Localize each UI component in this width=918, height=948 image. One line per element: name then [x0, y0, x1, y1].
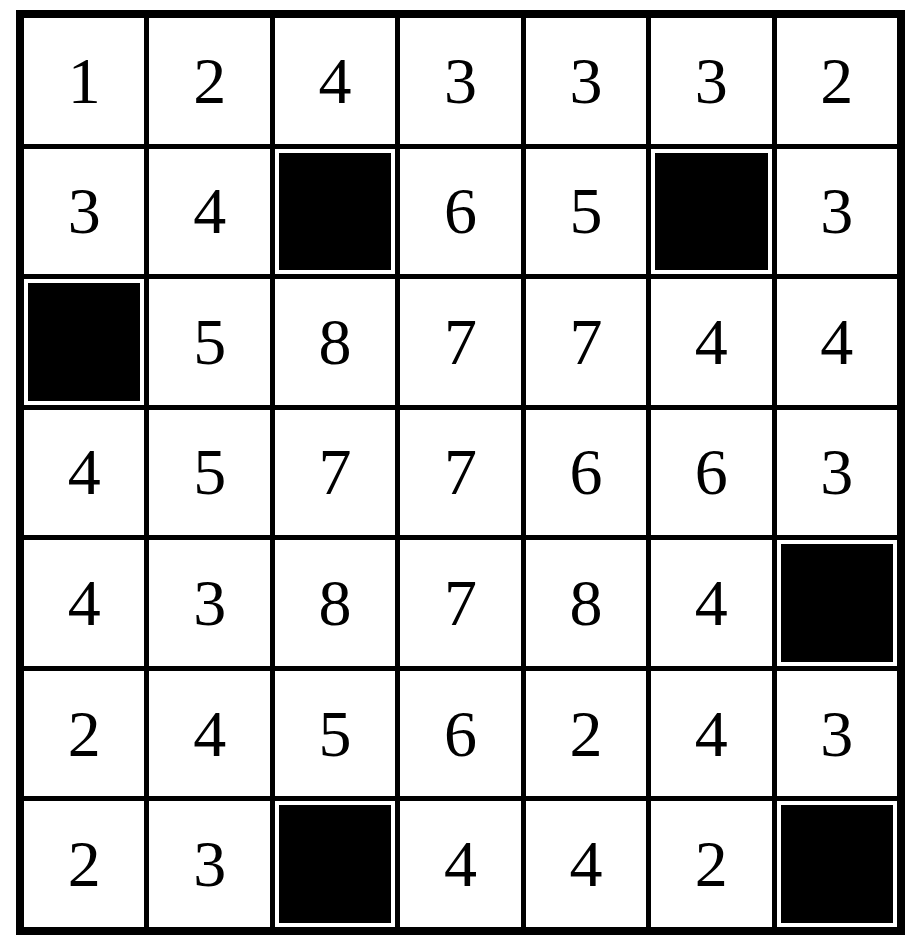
clue-number: 4 — [193, 178, 226, 244]
clue-number: 5 — [193, 439, 226, 505]
cell-r5c4[interactable]: 7 — [400, 540, 520, 666]
cell-r7c3[interactable] — [275, 801, 395, 927]
clue-number: 8 — [569, 570, 602, 636]
cell-r1c7[interactable]: 2 — [777, 18, 897, 144]
clue-number: 3 — [444, 48, 477, 114]
cell-r7c5[interactable]: 4 — [526, 801, 646, 927]
cell-r4c6[interactable]: 6 — [651, 410, 771, 536]
cell-r3c7[interactable]: 4 — [777, 279, 897, 405]
cell-r3c3[interactable]: 8 — [275, 279, 395, 405]
cell-r7c7[interactable] — [777, 801, 897, 927]
cell-r4c7[interactable]: 3 — [777, 410, 897, 536]
cell-r6c6[interactable]: 4 — [651, 671, 771, 797]
clue-number: 6 — [569, 439, 602, 505]
clue-number: 3 — [695, 48, 728, 114]
clue-number: 4 — [695, 570, 728, 636]
clue-number: 3 — [569, 48, 602, 114]
cell-r3c1[interactable] — [24, 279, 144, 405]
cell-r4c5[interactable]: 6 — [526, 410, 646, 536]
clue-number: 2 — [193, 48, 226, 114]
cell-r7c2[interactable]: 3 — [149, 801, 269, 927]
clue-number: 3 — [820, 701, 853, 767]
puzzle-board: 1243332346535877444577663438784245624323… — [16, 10, 905, 935]
cell-r6c4[interactable]: 6 — [400, 671, 520, 797]
clue-number: 6 — [444, 178, 477, 244]
clue-number: 5 — [319, 701, 352, 767]
clue-number: 4 — [68, 570, 101, 636]
clue-number: 2 — [820, 48, 853, 114]
clue-number: 5 — [569, 178, 602, 244]
cell-r2c4[interactable]: 6 — [400, 149, 520, 275]
filled-black-square — [781, 544, 893, 662]
cell-r7c1[interactable]: 2 — [24, 801, 144, 927]
clue-number: 8 — [319, 309, 352, 375]
cell-r1c3[interactable]: 4 — [275, 18, 395, 144]
cell-r3c2[interactable]: 5 — [149, 279, 269, 405]
cell-r5c1[interactable]: 4 — [24, 540, 144, 666]
clue-number: 4 — [695, 309, 728, 375]
cell-r5c3[interactable]: 8 — [275, 540, 395, 666]
clue-number: 8 — [319, 570, 352, 636]
cell-r1c5[interactable]: 3 — [526, 18, 646, 144]
clue-number: 3 — [68, 178, 101, 244]
clue-number: 2 — [68, 831, 101, 897]
cell-r3c4[interactable]: 7 — [400, 279, 520, 405]
clue-number: 6 — [695, 439, 728, 505]
filled-black-square — [28, 283, 140, 401]
clue-number: 7 — [444, 570, 477, 636]
clue-number: 7 — [569, 309, 602, 375]
cell-r2c6[interactable] — [651, 149, 771, 275]
filled-black-square — [279, 805, 391, 923]
clue-number: 7 — [444, 439, 477, 505]
cell-r6c7[interactable]: 3 — [777, 671, 897, 797]
clue-number: 3 — [820, 439, 853, 505]
clue-number: 4 — [695, 701, 728, 767]
clue-number: 7 — [319, 439, 352, 505]
clue-number: 4 — [820, 309, 853, 375]
cell-r2c2[interactable]: 4 — [149, 149, 269, 275]
cell-r6c5[interactable]: 2 — [526, 671, 646, 797]
cell-r3c5[interactable]: 7 — [526, 279, 646, 405]
cell-r7c4[interactable]: 4 — [400, 801, 520, 927]
clue-number: 2 — [68, 701, 101, 767]
filled-black-square — [781, 805, 893, 923]
cell-r4c3[interactable]: 7 — [275, 410, 395, 536]
clue-number: 4 — [319, 48, 352, 114]
cell-r5c2[interactable]: 3 — [149, 540, 269, 666]
cell-r1c1[interactable]: 1 — [24, 18, 144, 144]
clue-number: 2 — [569, 701, 602, 767]
cell-r4c2[interactable]: 5 — [149, 410, 269, 536]
filled-black-square — [655, 153, 767, 271]
cell-r1c6[interactable]: 3 — [651, 18, 771, 144]
cell-r1c4[interactable]: 3 — [400, 18, 520, 144]
cell-r2c3[interactable] — [275, 149, 395, 275]
clue-number: 3 — [820, 178, 853, 244]
clue-number: 6 — [444, 701, 477, 767]
clue-number: 4 — [569, 831, 602, 897]
clue-number: 3 — [193, 570, 226, 636]
cell-r2c7[interactable]: 3 — [777, 149, 897, 275]
cell-r7c6[interactable]: 2 — [651, 801, 771, 927]
cell-r5c7[interactable] — [777, 540, 897, 666]
clue-number: 4 — [193, 701, 226, 767]
cell-r2c5[interactable]: 5 — [526, 149, 646, 275]
clue-number: 4 — [68, 439, 101, 505]
clue-number: 7 — [444, 309, 477, 375]
clue-number: 3 — [193, 831, 226, 897]
clue-number: 4 — [444, 831, 477, 897]
cell-r6c2[interactable]: 4 — [149, 671, 269, 797]
cell-r5c6[interactable]: 4 — [651, 540, 771, 666]
cell-r4c4[interactable]: 7 — [400, 410, 520, 536]
clue-number: 2 — [695, 831, 728, 897]
clue-number: 1 — [68, 48, 101, 114]
cell-r1c2[interactable]: 2 — [149, 18, 269, 144]
filled-black-square — [279, 153, 391, 271]
clue-number: 5 — [193, 309, 226, 375]
cell-r2c1[interactable]: 3 — [24, 149, 144, 275]
cell-r6c3[interactable]: 5 — [275, 671, 395, 797]
cell-r5c5[interactable]: 8 — [526, 540, 646, 666]
cell-r3c6[interactable]: 4 — [651, 279, 771, 405]
cell-r6c1[interactable]: 2 — [24, 671, 144, 797]
cell-r4c1[interactable]: 4 — [24, 410, 144, 536]
